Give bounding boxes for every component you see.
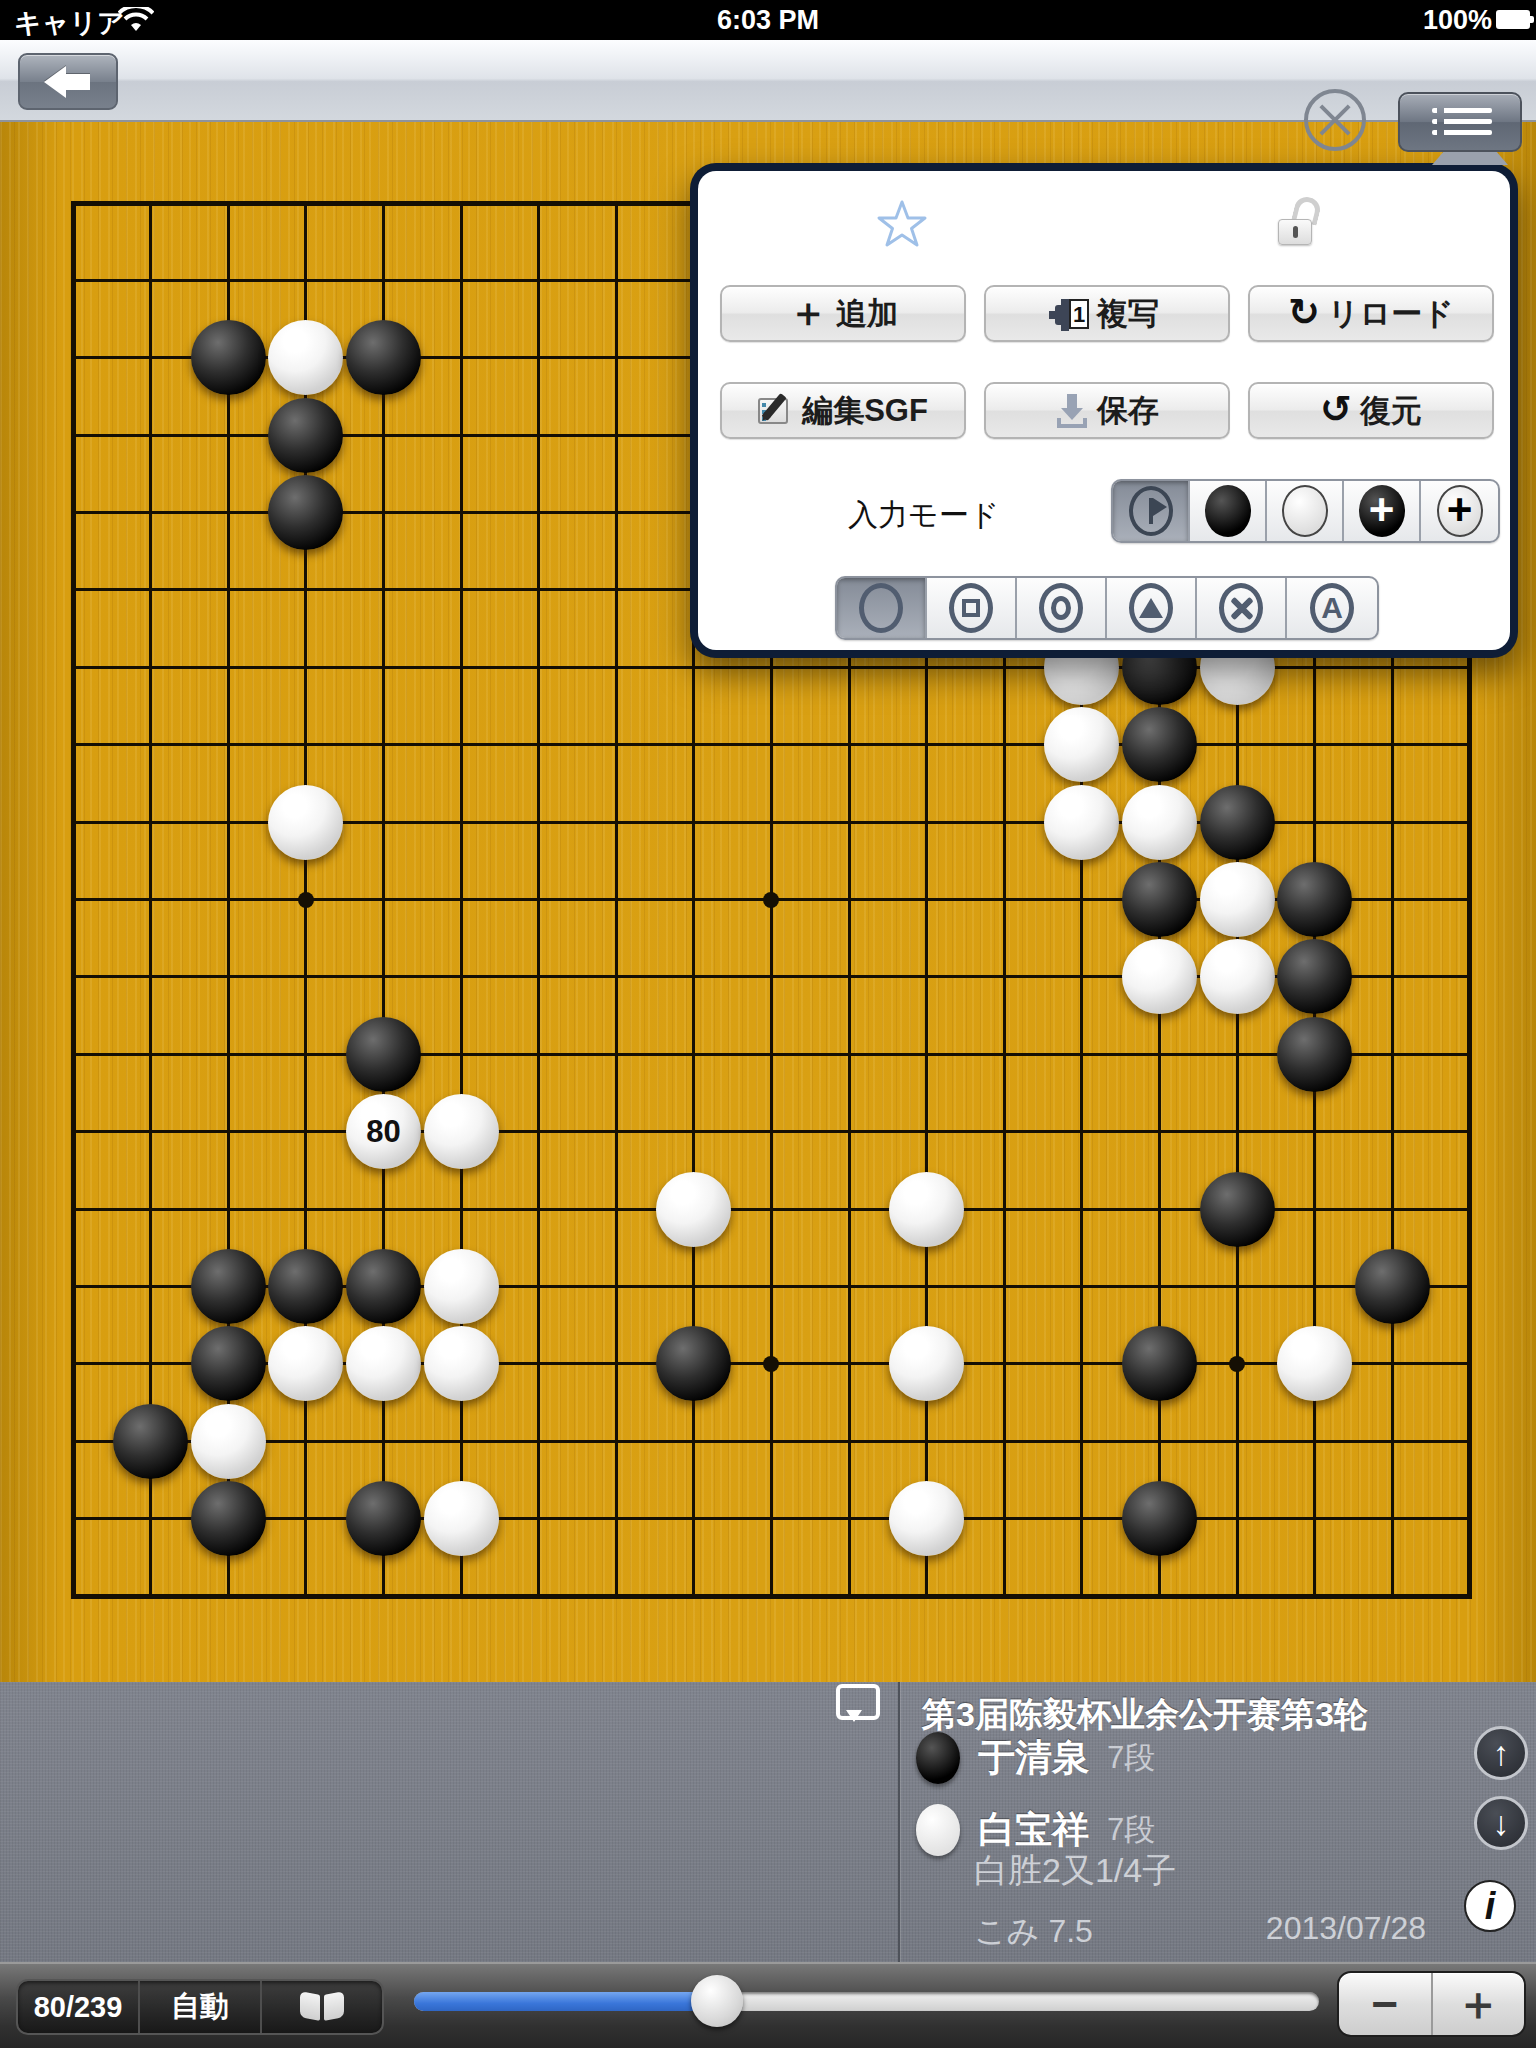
- black-stone: [1200, 1172, 1275, 1247]
- game-info-panel: 第3届陈毅杯业余公开赛第3轮 于清泉 7段 白宝祥 7段 白胜2又1/4子 こみ…: [0, 1682, 1536, 1962]
- black-stone: [1122, 1481, 1197, 1556]
- komi-value: こみ 7.5: [974, 1910, 1093, 1954]
- white-stone: [424, 1249, 499, 1324]
- reload-button[interactable]: ↻ リロード: [1248, 285, 1494, 342]
- white-stone: [656, 1172, 731, 1247]
- white-stone: [889, 1172, 964, 1247]
- move-slider[interactable]: [414, 1992, 1319, 2011]
- battery-percent: 100%: [1423, 5, 1492, 36]
- white-stone: [1200, 939, 1275, 1014]
- black-stone: [656, 1326, 731, 1401]
- black-stone: [191, 1481, 266, 1556]
- info-button[interactable]: i: [1464, 1880, 1516, 1932]
- black-stone: [268, 1249, 343, 1324]
- circle-mark-icon: [859, 583, 903, 633]
- edit-popover: ＋ 追加 1 複写 ↻ リロード 編集SGF 保存 ↺ 復元: [690, 163, 1518, 658]
- star-point: [763, 1356, 779, 1372]
- mark-letter[interactable]: A: [1287, 578, 1377, 638]
- reload-icon: ↻: [1288, 293, 1320, 331]
- black-stone: [1122, 707, 1197, 782]
- star-point: [763, 892, 779, 908]
- move-number-label: 80: [346, 1094, 421, 1169]
- white-stone: [889, 1481, 964, 1556]
- white-stone: [424, 1094, 499, 1169]
- black-stone: [1122, 862, 1197, 937]
- undo-icon: ↺: [1320, 390, 1352, 428]
- save-button[interactable]: 保存: [984, 382, 1230, 439]
- battery-icon: [1496, 10, 1530, 29]
- input-mode-black-stone[interactable]: [1190, 481, 1267, 541]
- black-stone-icon: [916, 1732, 960, 1784]
- panel-divider: [898, 1682, 900, 1962]
- scroll-down-button[interactable]: ↓: [1474, 1796, 1528, 1850]
- edit-icon: [758, 394, 794, 428]
- close-icon: [1317, 102, 1353, 138]
- clock: 6:03 PM: [0, 5, 1536, 36]
- black-player-rank: 7段: [1107, 1737, 1155, 1779]
- black-stone: [1277, 939, 1352, 1014]
- mark-triangle[interactable]: [1107, 578, 1197, 638]
- black-stone: [1122, 1326, 1197, 1401]
- add-button[interactable]: ＋ 追加: [720, 285, 966, 342]
- grid-line: [71, 1517, 1473, 1520]
- auto-play-button[interactable]: 自動: [140, 1981, 262, 2033]
- input-mode-label: 入力モード: [848, 495, 999, 536]
- mark-tool-segmented-control: A: [835, 576, 1379, 640]
- input-mode-black-plus[interactable]: +: [1344, 481, 1421, 541]
- white-stone: [346, 1326, 421, 1401]
- grid-line: [71, 1130, 1473, 1133]
- white-stone: [1044, 785, 1119, 860]
- letter-mark-icon: A: [1310, 583, 1354, 633]
- game-result: 白胜2又1/4子: [974, 1848, 1176, 1894]
- status-bar: キャリア 6:03 PM 100%: [0, 0, 1536, 40]
- black-stone: [1277, 862, 1352, 937]
- mark-double-circle[interactable]: [1017, 578, 1107, 638]
- white-stone: [1044, 707, 1119, 782]
- restore-button[interactable]: ↺ 復元: [1248, 382, 1494, 439]
- white-stone: [268, 785, 343, 860]
- info-icon: i: [1485, 1885, 1496, 1928]
- white-stone: [268, 320, 343, 395]
- grid-line: [71, 1440, 1473, 1443]
- white-stone: [1200, 862, 1275, 937]
- step-button-group: − ＋: [1337, 1971, 1526, 2037]
- game-date: 2013/07/28: [1100, 1910, 1426, 1947]
- white-stone: [191, 1404, 266, 1479]
- book-icon: [300, 1993, 344, 2021]
- white-stone: 80: [346, 1094, 421, 1169]
- input-mode-white-stone[interactable]: [1267, 481, 1344, 541]
- menu-button[interactable]: [1398, 92, 1522, 152]
- triangle-mark-icon: [1129, 583, 1173, 633]
- slider-thumb[interactable]: [691, 1975, 743, 2027]
- edit-sgf-button[interactable]: 編集SGF: [720, 382, 966, 439]
- white-stone: [1122, 939, 1197, 1014]
- save-icon: [1055, 394, 1089, 428]
- close-button[interactable]: [1304, 89, 1366, 151]
- double-circle-mark-icon: [1039, 583, 1083, 633]
- grid-line: [71, 1594, 1473, 1599]
- black-stone: [191, 1326, 266, 1401]
- white-stone: [424, 1481, 499, 1556]
- white-stone: [1277, 1326, 1352, 1401]
- up-arrow-icon: ↑: [1493, 1734, 1510, 1773]
- black-stone: [346, 320, 421, 395]
- black-player-row: 于清泉 7段: [916, 1732, 1155, 1784]
- black-stone: [346, 1017, 421, 1092]
- input-mode-white-plus[interactable]: +: [1421, 481, 1498, 541]
- input-mode-segmented-control: + +: [1111, 479, 1500, 543]
- black-stone: [268, 475, 343, 550]
- black-player-name: 于清泉: [978, 1733, 1089, 1783]
- white-stone: [1122, 785, 1197, 860]
- app-screen: キャリア 6:03 PM 100% 80 ＋: [0, 0, 1536, 2048]
- white-stone-icon: [916, 1804, 960, 1856]
- mark-square[interactable]: [927, 578, 1017, 638]
- move-control-group: 80/239 自動: [16, 1979, 384, 2035]
- black-stone: [346, 1481, 421, 1556]
- white-stone-icon: [1282, 485, 1328, 537]
- move-counter[interactable]: 80/239: [18, 1981, 140, 2033]
- grid-line: [71, 1053, 1473, 1056]
- copy-button[interactable]: 1 複写: [984, 285, 1230, 342]
- black-stone: [1200, 785, 1275, 860]
- star-point: [1229, 1356, 1245, 1372]
- black-stone-icon: [1205, 485, 1251, 537]
- cross-mark-icon: [1219, 583, 1263, 633]
- flag-icon: [1129, 486, 1173, 536]
- black-stone: [1355, 1249, 1430, 1324]
- square-mark-icon: [949, 583, 993, 633]
- slider-fill: [414, 1992, 717, 2011]
- down-arrow-icon: ↓: [1493, 1804, 1510, 1843]
- list-icon: [1432, 108, 1492, 140]
- comment-bubble-icon[interactable]: [836, 1684, 880, 1720]
- step-forward-button[interactable]: ＋: [1433, 1973, 1525, 2035]
- back-button[interactable]: [18, 53, 118, 110]
- copy-icon: 1: [1055, 297, 1089, 331]
- step-back-button[interactable]: −: [1339, 1973, 1433, 2035]
- white-player-rank: 7段: [1107, 1809, 1155, 1851]
- favorite-star-icon[interactable]: [876, 199, 928, 249]
- white-stone: [268, 1326, 343, 1401]
- black-stone: [346, 1249, 421, 1324]
- input-mode-play[interactable]: [1113, 481, 1190, 541]
- scroll-up-button[interactable]: ↑: [1474, 1726, 1528, 1780]
- back-arrow-icon: [44, 66, 66, 98]
- black-stone: [191, 1249, 266, 1324]
- black-stone: [113, 1404, 188, 1479]
- black-stone: [191, 320, 266, 395]
- mark-circle[interactable]: [837, 578, 927, 638]
- book-button[interactable]: [262, 1981, 382, 2033]
- navigation-bar: [0, 40, 1536, 122]
- white-stone: [424, 1326, 499, 1401]
- black-stone: [268, 398, 343, 473]
- unlock-icon[interactable]: [1278, 197, 1324, 249]
- white-stone: [889, 1326, 964, 1401]
- star-point: [298, 892, 314, 908]
- mark-cross[interactable]: [1197, 578, 1287, 638]
- black-stone: [1277, 1017, 1352, 1092]
